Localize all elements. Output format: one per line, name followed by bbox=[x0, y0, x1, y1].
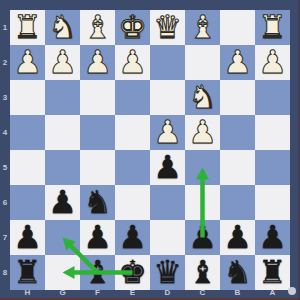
square-d4[interactable]: ♟ bbox=[150, 115, 185, 150]
square-b4[interactable] bbox=[220, 115, 255, 150]
square-a8[interactable]: ♜ bbox=[255, 255, 290, 290]
square-b3[interactable] bbox=[220, 80, 255, 115]
square-f8[interactable]: ♝ bbox=[80, 255, 115, 290]
square-h3[interactable] bbox=[10, 80, 45, 115]
file-label-c: C bbox=[185, 287, 220, 299]
square-h4[interactable] bbox=[10, 115, 45, 150]
piece-black-pawn[interactable]: ♟ bbox=[150, 150, 185, 185]
file-label-d: D bbox=[150, 287, 185, 299]
square-d8[interactable]: ♛ bbox=[150, 255, 185, 290]
piece-white-pawn[interactable]: ♟ bbox=[115, 45, 150, 80]
square-a1[interactable]: ♜ bbox=[255, 10, 290, 45]
rank-label-2: 2 bbox=[0, 45, 10, 80]
piece-black-rook[interactable]: ♜ bbox=[255, 255, 290, 290]
square-b1[interactable] bbox=[220, 10, 255, 45]
square-g8[interactable] bbox=[45, 255, 80, 290]
square-c7[interactable]: ♟ bbox=[185, 220, 220, 255]
piece-black-pawn[interactable]: ♟ bbox=[255, 220, 290, 255]
square-e6[interactable] bbox=[115, 185, 150, 220]
square-c4[interactable]: ♟ bbox=[185, 115, 220, 150]
square-f4[interactable] bbox=[80, 115, 115, 150]
piece-white-knight[interactable]: ♞ bbox=[185, 80, 220, 115]
square-e3[interactable] bbox=[115, 80, 150, 115]
square-g2[interactable]: ♟ bbox=[45, 45, 80, 80]
square-h7[interactable]: ♟ bbox=[10, 220, 45, 255]
square-d1[interactable]: ♛ bbox=[150, 10, 185, 45]
square-b7[interactable]: ♟ bbox=[220, 220, 255, 255]
piece-black-knight[interactable]: ♞ bbox=[80, 185, 115, 220]
piece-black-king[interactable]: ♚ bbox=[115, 255, 150, 290]
file-label-a: A bbox=[255, 287, 290, 299]
rank-label-5: 5 bbox=[0, 150, 10, 185]
piece-white-pawn[interactable]: ♟ bbox=[10, 45, 45, 80]
rank-label-6: 6 bbox=[0, 185, 10, 220]
piece-white-bishop[interactable]: ♝ bbox=[185, 10, 220, 45]
piece-white-pawn[interactable]: ♟ bbox=[80, 45, 115, 80]
square-f3[interactable] bbox=[80, 80, 115, 115]
chess-board: ♜♞♝♚♛♝♜♟♟♟♟♟♟♞♟♟♟♟♞♟♟♟♟♟♟♜♝♚♛♝♞♜ bbox=[10, 10, 290, 290]
file-label-f: F bbox=[80, 287, 115, 299]
piece-white-queen[interactable]: ♛ bbox=[150, 10, 185, 45]
square-e2[interactable]: ♟ bbox=[115, 45, 150, 80]
square-d7[interactable] bbox=[150, 220, 185, 255]
square-f5[interactable] bbox=[80, 150, 115, 185]
piece-white-pawn[interactable]: ♟ bbox=[45, 45, 80, 80]
square-d5[interactable]: ♟ bbox=[150, 150, 185, 185]
square-c3[interactable]: ♞ bbox=[185, 80, 220, 115]
chess-board-panel: ♜♞♝♚♛♝♜♟♟♟♟♟♟♞♟♟♟♟♞♟♟♟♟♟♟♜♝♚♛♝♞♜ 1234567… bbox=[0, 0, 300, 300]
square-a7[interactable]: ♟ bbox=[255, 220, 290, 255]
square-g6[interactable]: ♟ bbox=[45, 185, 80, 220]
piece-black-pawn[interactable]: ♟ bbox=[185, 220, 220, 255]
square-h5[interactable] bbox=[10, 150, 45, 185]
square-d2[interactable] bbox=[150, 45, 185, 80]
piece-white-pawn[interactable]: ♟ bbox=[255, 45, 290, 80]
square-f1[interactable]: ♝ bbox=[80, 10, 115, 45]
piece-black-pawn[interactable]: ♟ bbox=[220, 220, 255, 255]
square-b6[interactable] bbox=[220, 185, 255, 220]
rank-label-8: 8 bbox=[0, 255, 10, 290]
square-g4[interactable] bbox=[45, 115, 80, 150]
square-a4[interactable] bbox=[255, 115, 290, 150]
square-c1[interactable]: ♝ bbox=[185, 10, 220, 45]
piece-white-knight[interactable]: ♞ bbox=[45, 10, 80, 45]
piece-black-queen[interactable]: ♛ bbox=[150, 255, 185, 290]
piece-white-rook[interactable]: ♜ bbox=[10, 10, 45, 45]
square-a2[interactable]: ♟ bbox=[255, 45, 290, 80]
square-g1[interactable]: ♞ bbox=[45, 10, 80, 45]
file-label-g: G bbox=[45, 287, 80, 299]
piece-black-pawn[interactable]: ♟ bbox=[80, 220, 115, 255]
square-a6[interactable] bbox=[255, 185, 290, 220]
square-h1[interactable]: ♜ bbox=[10, 10, 45, 45]
piece-white-king[interactable]: ♚ bbox=[115, 10, 150, 45]
rank-label-1: 1 bbox=[0, 10, 10, 45]
piece-black-knight[interactable]: ♞ bbox=[220, 255, 255, 290]
square-a3[interactable] bbox=[255, 80, 290, 115]
piece-black-pawn[interactable]: ♟ bbox=[115, 220, 150, 255]
square-h6[interactable] bbox=[10, 185, 45, 220]
square-f6[interactable]: ♞ bbox=[80, 185, 115, 220]
square-g5[interactable] bbox=[45, 150, 80, 185]
square-e4[interactable] bbox=[115, 115, 150, 150]
square-a5[interactable] bbox=[255, 150, 290, 185]
square-f7[interactable]: ♟ bbox=[80, 220, 115, 255]
square-c5[interactable] bbox=[185, 150, 220, 185]
square-b5[interactable] bbox=[220, 150, 255, 185]
status-dot bbox=[288, 287, 296, 295]
piece-black-pawn[interactable]: ♟ bbox=[45, 185, 80, 220]
piece-black-bishop[interactable]: ♝ bbox=[80, 255, 115, 290]
square-b2[interactable]: ♟ bbox=[220, 45, 255, 80]
square-e1[interactable]: ♚ bbox=[115, 10, 150, 45]
rank-label-4: 4 bbox=[0, 115, 10, 150]
file-label-b: B bbox=[220, 287, 255, 299]
square-c8[interactable]: ♝ bbox=[185, 255, 220, 290]
piece-white-bishop[interactable]: ♝ bbox=[80, 10, 115, 45]
piece-white-rook[interactable]: ♜ bbox=[255, 10, 290, 45]
square-g3[interactable] bbox=[45, 80, 80, 115]
square-d6[interactable] bbox=[150, 185, 185, 220]
file-label-h: H bbox=[10, 287, 45, 299]
rank-label-7: 7 bbox=[0, 220, 10, 255]
square-c6[interactable] bbox=[185, 185, 220, 220]
piece-white-pawn[interactable]: ♟ bbox=[150, 115, 185, 150]
rank-label-3: 3 bbox=[0, 80, 10, 115]
piece-white-pawn[interactable]: ♟ bbox=[220, 45, 255, 80]
piece-white-pawn[interactable]: ♟ bbox=[185, 115, 220, 150]
square-f2[interactable]: ♟ bbox=[80, 45, 115, 80]
square-e7[interactable]: ♟ bbox=[115, 220, 150, 255]
square-g7[interactable] bbox=[45, 220, 80, 255]
square-e5[interactable] bbox=[115, 150, 150, 185]
square-e8[interactable]: ♚ bbox=[115, 255, 150, 290]
piece-black-pawn[interactable]: ♟ bbox=[10, 220, 45, 255]
square-h8[interactable]: ♜ bbox=[10, 255, 45, 290]
square-c2[interactable] bbox=[185, 45, 220, 80]
piece-black-rook[interactable]: ♜ bbox=[10, 255, 45, 290]
piece-black-bishop[interactable]: ♝ bbox=[185, 255, 220, 290]
file-label-e: E bbox=[115, 287, 150, 299]
square-h2[interactable]: ♟ bbox=[10, 45, 45, 80]
square-b8[interactable]: ♞ bbox=[220, 255, 255, 290]
square-d3[interactable] bbox=[150, 80, 185, 115]
